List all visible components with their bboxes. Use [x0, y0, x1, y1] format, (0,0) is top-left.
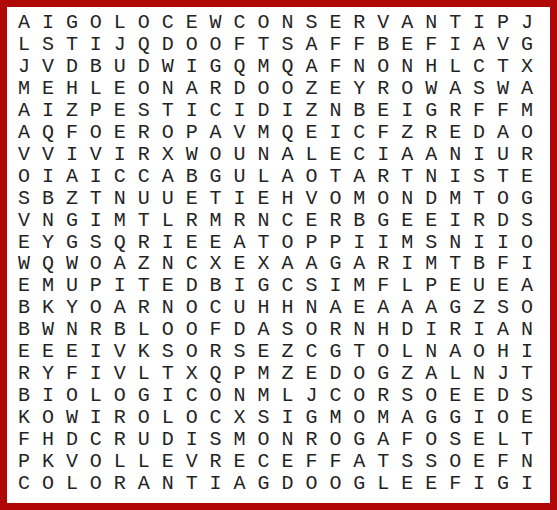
grid-cell-r16c8[interactable]: O — [180, 341, 204, 363]
grid-cell-r7c17[interactable]: A — [395, 144, 419, 166]
grid-cell-r12c11[interactable]: X — [252, 254, 276, 276]
grid-cell-r16c17[interactable]: L — [395, 341, 419, 363]
grid-cell-r10c8[interactable]: R — [180, 210, 204, 232]
grid-cell-r16c11[interactable]: E — [252, 341, 276, 363]
grid-cell-r1c22[interactable]: J — [515, 12, 539, 34]
grid-cell-r18c9[interactable]: O — [204, 385, 228, 407]
grid-cell-r15c7[interactable]: O — [156, 319, 180, 341]
grid-cell-r7c4[interactable]: V — [84, 144, 108, 166]
grid-cell-r13c1[interactable]: E — [12, 275, 36, 297]
grid-cell-r15c13[interactable]: O — [299, 319, 323, 341]
grid-cell-r3c6[interactable]: D — [132, 56, 156, 78]
grid-cell-r11c6[interactable]: R — [132, 232, 156, 254]
grid-cell-r8c12[interactable]: A — [276, 166, 300, 188]
grid-cell-r1c19[interactable]: T — [443, 12, 467, 34]
grid-cell-r20c6[interactable]: U — [132, 429, 156, 451]
grid-cell-r11c10[interactable]: A — [228, 232, 252, 254]
grid-cell-r11c13[interactable]: P — [299, 232, 323, 254]
grid-cell-r10c22[interactable]: S — [515, 210, 539, 232]
grid-cell-r12c20[interactable]: B — [467, 254, 491, 276]
grid-cell-r16c19[interactable]: A — [443, 341, 467, 363]
grid-cell-r6c1[interactable]: A — [12, 122, 36, 144]
grid-cell-r11c11[interactable]: T — [252, 232, 276, 254]
grid-cell-r17c22[interactable]: T — [515, 363, 539, 385]
grid-cell-r17c4[interactable]: I — [84, 363, 108, 385]
grid-cell-r6c19[interactable]: E — [443, 122, 467, 144]
grid-cell-r22c4[interactable]: O — [84, 473, 108, 495]
grid-cell-r3c21[interactable]: T — [491, 56, 515, 78]
grid-cell-r13c12[interactable]: C — [276, 275, 300, 297]
grid-cell-r12c14[interactable]: G — [323, 254, 347, 276]
grid-cell-r2c17[interactable]: E — [395, 34, 419, 56]
grid-cell-r17c6[interactable]: L — [132, 363, 156, 385]
grid-cell-r21c8[interactable]: V — [180, 451, 204, 473]
grid-cell-r3c14[interactable]: F — [323, 56, 347, 78]
grid-cell-r11c21[interactable]: I — [491, 232, 515, 254]
grid-cell-r22c19[interactable]: F — [443, 473, 467, 495]
grid-cell-r16c4[interactable]: I — [84, 341, 108, 363]
grid-cell-r7c14[interactable]: E — [323, 144, 347, 166]
grid-cell-r6c2[interactable]: Q — [36, 122, 60, 144]
grid-cell-r12c22[interactable]: I — [515, 254, 539, 276]
grid-cell-r6c9[interactable]: A — [204, 122, 228, 144]
grid-cell-r21c3[interactable]: V — [60, 451, 84, 473]
grid-cell-r4c22[interactable]: A — [515, 78, 539, 100]
grid-cell-r2c3[interactable]: T — [60, 34, 84, 56]
grid-cell-r22c14[interactable]: O — [323, 473, 347, 495]
grid-cell-r22c1[interactable]: C — [12, 473, 36, 495]
grid-cell-r16c5[interactable]: V — [108, 341, 132, 363]
grid-cell-r12c18[interactable]: M — [419, 254, 443, 276]
grid-cell-r2c8[interactable]: O — [180, 34, 204, 56]
grid-cell-r12c5[interactable]: A — [108, 254, 132, 276]
grid-cell-r20c2[interactable]: H — [36, 429, 60, 451]
grid-cell-r21c20[interactable]: E — [467, 451, 491, 473]
grid-cell-r17c1[interactable]: R — [12, 363, 36, 385]
grid-cell-r11c12[interactable]: O — [276, 232, 300, 254]
grid-cell-r10c19[interactable]: I — [443, 210, 467, 232]
grid-cell-r16c21[interactable]: H — [491, 341, 515, 363]
grid-cell-r14c13[interactable]: N — [299, 297, 323, 319]
grid-cell-r22c6[interactable]: A — [132, 473, 156, 495]
grid-cell-r8c3[interactable]: A — [60, 166, 84, 188]
grid-cell-r4c4[interactable]: L — [84, 78, 108, 100]
grid-cell-r9c6[interactable]: U — [132, 188, 156, 210]
grid-cell-r19c2[interactable]: O — [36, 407, 60, 429]
grid-cell-r4c21[interactable]: W — [491, 78, 515, 100]
grid-cell-r15c22[interactable]: N — [515, 319, 539, 341]
grid-cell-r7c9[interactable]: O — [204, 144, 228, 166]
grid-cell-r12c7[interactable]: N — [156, 254, 180, 276]
grid-cell-r8c20[interactable]: S — [467, 166, 491, 188]
grid-cell-r22c9[interactable]: I — [204, 473, 228, 495]
grid-cell-r1c3[interactable]: G — [60, 12, 84, 34]
grid-cell-r22c7[interactable]: N — [156, 473, 180, 495]
grid-cell-r2c22[interactable]: G — [515, 34, 539, 56]
grid-cell-r8c5[interactable]: C — [108, 166, 132, 188]
grid-cell-r11c9[interactable]: E — [204, 232, 228, 254]
grid-cell-r17c11[interactable]: M — [252, 363, 276, 385]
grid-cell-r9c5[interactable]: N — [108, 188, 132, 210]
grid-cell-r18c7[interactable]: I — [156, 385, 180, 407]
grid-cell-r8c15[interactable]: A — [347, 166, 371, 188]
grid-cell-r2c14[interactable]: F — [323, 34, 347, 56]
grid-cell-r17c15[interactable]: O — [347, 363, 371, 385]
grid-cell-r16c3[interactable]: E — [60, 341, 84, 363]
grid-cell-r15c17[interactable]: D — [395, 319, 419, 341]
grid-cell-r14c4[interactable]: O — [84, 297, 108, 319]
grid-cell-r5c10[interactable]: I — [228, 100, 252, 122]
grid-cell-r2c18[interactable]: F — [419, 34, 443, 56]
grid-cell-r20c18[interactable]: O — [419, 429, 443, 451]
grid-cell-r6c20[interactable]: D — [467, 122, 491, 144]
grid-cell-r10c5[interactable]: M — [108, 210, 132, 232]
grid-cell-r21c7[interactable]: E — [156, 451, 180, 473]
grid-cell-r11c1[interactable]: E — [12, 232, 36, 254]
grid-cell-r10c13[interactable]: E — [299, 210, 323, 232]
grid-cell-r15c3[interactable]: N — [60, 319, 84, 341]
grid-cell-r4c18[interactable]: W — [419, 78, 443, 100]
grid-cell-r18c6[interactable]: G — [132, 385, 156, 407]
grid-cell-r10c10[interactable]: R — [228, 210, 252, 232]
grid-cell-r6c5[interactable]: E — [108, 122, 132, 144]
grid-cell-r15c10[interactable]: D — [228, 319, 252, 341]
grid-cell-r7c22[interactable]: R — [515, 144, 539, 166]
grid-cell-r11c4[interactable]: S — [84, 232, 108, 254]
grid-cell-r16c15[interactable]: T — [347, 341, 371, 363]
grid-cell-r11c18[interactable]: S — [419, 232, 443, 254]
grid-cell-r1c6[interactable]: O — [132, 12, 156, 34]
grid-cell-r13c5[interactable]: I — [108, 275, 132, 297]
grid-cell-r10c4[interactable]: I — [84, 210, 108, 232]
grid-cell-r22c8[interactable]: T — [180, 473, 204, 495]
grid-cell-r22c10[interactable]: A — [228, 473, 252, 495]
grid-cell-r18c11[interactable]: M — [252, 385, 276, 407]
grid-cell-r3c12[interactable]: Q — [276, 56, 300, 78]
grid-cell-r1c2[interactable]: I — [36, 12, 60, 34]
grid-cell-r13c6[interactable]: T — [132, 275, 156, 297]
grid-cell-r1c17[interactable]: A — [395, 12, 419, 34]
grid-cell-r5c4[interactable]: P — [84, 100, 108, 122]
grid-cell-r13c4[interactable]: P — [84, 275, 108, 297]
grid-cell-r5c20[interactable]: F — [467, 100, 491, 122]
grid-cell-r7c21[interactable]: U — [491, 144, 515, 166]
grid-cell-r2c10[interactable]: F — [228, 34, 252, 56]
grid-cell-r9c9[interactable]: T — [204, 188, 228, 210]
grid-cell-r4c2[interactable]: E — [36, 78, 60, 100]
grid-cell-r9c19[interactable]: M — [443, 188, 467, 210]
grid-cell-r10c2[interactable]: N — [36, 210, 60, 232]
grid-cell-r16c13[interactable]: C — [299, 341, 323, 363]
grid-cell-r3c9[interactable]: G — [204, 56, 228, 78]
grid-cell-r6c18[interactable]: R — [419, 122, 443, 144]
grid-cell-r21c12[interactable]: E — [276, 451, 300, 473]
grid-cell-r15c19[interactable]: R — [443, 319, 467, 341]
grid-cell-r21c16[interactable]: T — [371, 451, 395, 473]
grid-cell-r12c21[interactable]: F — [491, 254, 515, 276]
grid-cell-r19c19[interactable]: G — [443, 407, 467, 429]
grid-cell-r4c1[interactable]: M — [12, 78, 36, 100]
grid-cell-r1c14[interactable]: E — [323, 12, 347, 34]
grid-cell-r21c21[interactable]: F — [491, 451, 515, 473]
grid-cell-r4c5[interactable]: E — [108, 78, 132, 100]
grid-cell-r11c14[interactable]: P — [323, 232, 347, 254]
grid-cell-r17c10[interactable]: P — [228, 363, 252, 385]
grid-cell-r14c12[interactable]: H — [276, 297, 300, 319]
grid-cell-r8c17[interactable]: T — [395, 166, 419, 188]
grid-cell-r4c9[interactable]: R — [204, 78, 228, 100]
grid-cell-r1c18[interactable]: N — [419, 12, 443, 34]
grid-cell-r6c8[interactable]: P — [180, 122, 204, 144]
grid-cell-r14c19[interactable]: G — [443, 297, 467, 319]
grid-cell-r9c11[interactable]: E — [252, 188, 276, 210]
grid-cell-r12c1[interactable]: W — [12, 254, 36, 276]
grid-cell-r18c3[interactable]: O — [60, 385, 84, 407]
grid-cell-r14c15[interactable]: E — [347, 297, 371, 319]
grid-cell-r21c11[interactable]: C — [252, 451, 276, 473]
grid-cell-r4c13[interactable]: Z — [299, 78, 323, 100]
grid-cell-r22c15[interactable]: G — [347, 473, 371, 495]
grid-cell-r14c11[interactable]: H — [252, 297, 276, 319]
grid-cell-r6c22[interactable]: O — [515, 122, 539, 144]
grid-cell-r13c22[interactable]: A — [515, 275, 539, 297]
grid-cell-r7c18[interactable]: A — [419, 144, 443, 166]
grid-cell-r8c4[interactable]: I — [84, 166, 108, 188]
grid-cell-r5c1[interactable]: A — [12, 100, 36, 122]
grid-cell-r18c14[interactable]: C — [323, 385, 347, 407]
grid-cell-r18c5[interactable]: O — [108, 385, 132, 407]
grid-cell-r7c12[interactable]: A — [276, 144, 300, 166]
grid-cell-r7c3[interactable]: I — [60, 144, 84, 166]
grid-cell-r19c9[interactable]: C — [204, 407, 228, 429]
grid-cell-r21c19[interactable]: O — [443, 451, 467, 473]
grid-cell-r9c3[interactable]: Z — [60, 188, 84, 210]
grid-cell-r20c1[interactable]: F — [12, 429, 36, 451]
grid-cell-r13c20[interactable]: U — [467, 275, 491, 297]
grid-cell-r22c20[interactable]: I — [467, 473, 491, 495]
grid-cell-r19c22[interactable]: E — [515, 407, 539, 429]
grid-cell-r9c4[interactable]: T — [84, 188, 108, 210]
grid-cell-r17c17[interactable]: Z — [395, 363, 419, 385]
grid-cell-r13c17[interactable]: L — [395, 275, 419, 297]
grid-cell-r1c5[interactable]: L — [108, 12, 132, 34]
grid-cell-r8c8[interactable]: B — [180, 166, 204, 188]
grid-cell-r14c16[interactable]: A — [371, 297, 395, 319]
grid-cell-r7c1[interactable]: V — [12, 144, 36, 166]
grid-cell-r11c17[interactable]: M — [395, 232, 419, 254]
grid-cell-r21c2[interactable]: K — [36, 451, 60, 473]
grid-cell-r7c13[interactable]: L — [299, 144, 323, 166]
grid-cell-r19c11[interactable]: S — [252, 407, 276, 429]
grid-cell-r16c16[interactable]: O — [371, 341, 395, 363]
grid-cell-r4c12[interactable]: O — [276, 78, 300, 100]
grid-cell-r18c15[interactable]: O — [347, 385, 371, 407]
grid-cell-r19c7[interactable]: L — [156, 407, 180, 429]
grid-cell-r10c14[interactable]: R — [323, 210, 347, 232]
grid-cell-r14c17[interactable]: A — [395, 297, 419, 319]
grid-cell-r18c21[interactable]: D — [491, 385, 515, 407]
grid-cell-r1c10[interactable]: C — [228, 12, 252, 34]
grid-cell-r22c16[interactable]: L — [371, 473, 395, 495]
grid-cell-r3c2[interactable]: V — [36, 56, 60, 78]
grid-cell-r17c5[interactable]: V — [108, 363, 132, 385]
grid-cell-r17c8[interactable]: X — [180, 363, 204, 385]
grid-cell-r9c15[interactable]: M — [347, 188, 371, 210]
grid-cell-r15c5[interactable]: B — [108, 319, 132, 341]
grid-cell-r5c6[interactable]: S — [132, 100, 156, 122]
grid-cell-r9c13[interactable]: V — [299, 188, 323, 210]
grid-cell-r5c9[interactable]: C — [204, 100, 228, 122]
grid-cell-r5c7[interactable]: T — [156, 100, 180, 122]
grid-cell-r16c14[interactable]: G — [323, 341, 347, 363]
grid-cell-r7c10[interactable]: U — [228, 144, 252, 166]
grid-cell-r20c19[interactable]: S — [443, 429, 467, 451]
grid-cell-r10c16[interactable]: G — [371, 210, 395, 232]
grid-cell-r20c8[interactable]: I — [180, 429, 204, 451]
grid-cell-r7c5[interactable]: I — [108, 144, 132, 166]
grid-cell-r16c9[interactable]: R — [204, 341, 228, 363]
grid-cell-r15c14[interactable]: R — [323, 319, 347, 341]
grid-cell-r3c17[interactable]: N — [395, 56, 419, 78]
grid-cell-r7c2[interactable]: V — [36, 144, 60, 166]
grid-cell-r10c17[interactable]: E — [395, 210, 419, 232]
grid-cell-r19c21[interactable]: O — [491, 407, 515, 429]
grid-cell-r19c6[interactable]: O — [132, 407, 156, 429]
grid-cell-r14c1[interactable]: B — [12, 297, 36, 319]
grid-cell-r2c15[interactable]: F — [347, 34, 371, 56]
grid-cell-r13c18[interactable]: P — [419, 275, 443, 297]
grid-cell-r14c22[interactable]: O — [515, 297, 539, 319]
grid-cell-r12c4[interactable]: O — [84, 254, 108, 276]
grid-cell-r16c18[interactable]: N — [419, 341, 443, 363]
grid-cell-r6c6[interactable]: R — [132, 122, 156, 144]
grid-cell-r9c12[interactable]: H — [276, 188, 300, 210]
grid-cell-r17c3[interactable]: F — [60, 363, 84, 385]
grid-cell-r3c5[interactable]: U — [108, 56, 132, 78]
grid-cell-r1c13[interactable]: S — [299, 12, 323, 34]
grid-cell-r4c15[interactable]: Y — [347, 78, 371, 100]
grid-cell-r7c19[interactable]: N — [443, 144, 467, 166]
grid-cell-r5c16[interactable]: E — [371, 100, 395, 122]
grid-cell-r19c5[interactable]: R — [108, 407, 132, 429]
grid-cell-r21c9[interactable]: R — [204, 451, 228, 473]
grid-cell-r5c2[interactable]: I — [36, 100, 60, 122]
grid-cell-r8c18[interactable]: N — [419, 166, 443, 188]
grid-cell-r8c10[interactable]: U — [228, 166, 252, 188]
grid-cell-r20c13[interactable]: R — [299, 429, 323, 451]
grid-cell-r22c17[interactable]: E — [395, 473, 419, 495]
grid-cell-r8c14[interactable]: T — [323, 166, 347, 188]
grid-cell-r12c2[interactable]: Q — [36, 254, 60, 276]
grid-cell-r5c18[interactable]: G — [419, 100, 443, 122]
grid-cell-r1c11[interactable]: O — [252, 12, 276, 34]
grid-cell-r20c20[interactable]: E — [467, 429, 491, 451]
grid-cell-r3c8[interactable]: I — [180, 56, 204, 78]
grid-cell-r6c11[interactable]: M — [252, 122, 276, 144]
grid-cell-r14c21[interactable]: S — [491, 297, 515, 319]
grid-cell-r5c12[interactable]: I — [276, 100, 300, 122]
grid-cell-r18c17[interactable]: S — [395, 385, 419, 407]
grid-cell-r1c8[interactable]: E — [180, 12, 204, 34]
grid-cell-r5c13[interactable]: Z — [299, 100, 323, 122]
grid-cell-r20c10[interactable]: M — [228, 429, 252, 451]
grid-cell-r19c15[interactable]: O — [347, 407, 371, 429]
grid-cell-r21c14[interactable]: F — [323, 451, 347, 473]
grid-cell-r6c4[interactable]: O — [84, 122, 108, 144]
grid-cell-r5c14[interactable]: N — [323, 100, 347, 122]
grid-cell-r1c12[interactable]: N — [276, 12, 300, 34]
grid-cell-r9c20[interactable]: T — [467, 188, 491, 210]
grid-cell-r18c20[interactable]: E — [467, 385, 491, 407]
grid-cell-r6c13[interactable]: E — [299, 122, 323, 144]
grid-cell-r16c6[interactable]: K — [132, 341, 156, 363]
grid-cell-r12c17[interactable]: I — [395, 254, 419, 276]
grid-cell-r9c18[interactable]: D — [419, 188, 443, 210]
grid-cell-r11c3[interactable]: G — [60, 232, 84, 254]
grid-cell-r21c10[interactable]: E — [228, 451, 252, 473]
grid-cell-r20c14[interactable]: O — [323, 429, 347, 451]
grid-cell-r17c7[interactable]: T — [156, 363, 180, 385]
grid-cell-r8c21[interactable]: T — [491, 166, 515, 188]
grid-cell-r5c8[interactable]: I — [180, 100, 204, 122]
grid-cell-r17c19[interactable]: L — [443, 363, 467, 385]
grid-cell-r4c19[interactable]: A — [443, 78, 467, 100]
grid-cell-r17c21[interactable]: J — [491, 363, 515, 385]
grid-cell-r18c4[interactable]: L — [84, 385, 108, 407]
grid-cell-r17c20[interactable]: N — [467, 363, 491, 385]
grid-cell-r15c6[interactable]: L — [132, 319, 156, 341]
grid-cell-r7c15[interactable]: C — [347, 144, 371, 166]
grid-cell-r15c8[interactable]: O — [180, 319, 204, 341]
grid-cell-r12c15[interactable]: A — [347, 254, 371, 276]
grid-cell-r11c8[interactable]: E — [180, 232, 204, 254]
grid-cell-r3c19[interactable]: L — [443, 56, 467, 78]
grid-cell-r20c15[interactable]: G — [347, 429, 371, 451]
grid-cell-r6c10[interactable]: V — [228, 122, 252, 144]
grid-cell-r2c2[interactable]: S — [36, 34, 60, 56]
grid-cell-r6c21[interactable]: A — [491, 122, 515, 144]
grid-cell-r22c2[interactable]: O — [36, 473, 60, 495]
grid-cell-r21c1[interactable]: P — [12, 451, 36, 473]
grid-cell-r22c18[interactable]: E — [419, 473, 443, 495]
grid-cell-r2c6[interactable]: Q — [132, 34, 156, 56]
grid-cell-r1c9[interactable]: W — [204, 12, 228, 34]
grid-cell-r20c22[interactable]: T — [515, 429, 539, 451]
grid-cell-r4c6[interactable]: O — [132, 78, 156, 100]
grid-cell-r8c11[interactable]: L — [252, 166, 276, 188]
grid-cell-r2c19[interactable]: I — [443, 34, 467, 56]
grid-cell-r10c12[interactable]: C — [276, 210, 300, 232]
grid-cell-r14c2[interactable]: K — [36, 297, 60, 319]
grid-cell-r19c10[interactable]: X — [228, 407, 252, 429]
grid-cell-r9c22[interactable]: G — [515, 188, 539, 210]
grid-cell-r13c10[interactable]: I — [228, 275, 252, 297]
grid-cell-r2c21[interactable]: V — [491, 34, 515, 56]
grid-cell-r20c4[interactable]: C — [84, 429, 108, 451]
grid-cell-r15c11[interactable]: A — [252, 319, 276, 341]
grid-cell-r12c9[interactable]: X — [204, 254, 228, 276]
grid-cell-r3c3[interactable]: D — [60, 56, 84, 78]
grid-cell-r14c8[interactable]: O — [180, 297, 204, 319]
grid-cell-r9c21[interactable]: O — [491, 188, 515, 210]
grid-cell-r13c7[interactable]: E — [156, 275, 180, 297]
grid-cell-r20c5[interactable]: R — [108, 429, 132, 451]
grid-cell-r4c16[interactable]: R — [371, 78, 395, 100]
grid-cell-r2c12[interactable]: S — [276, 34, 300, 56]
grid-cell-r14c3[interactable]: Y — [60, 297, 84, 319]
grid-cell-r22c5[interactable]: R — [108, 473, 132, 495]
grid-cell-r18c13[interactable]: J — [299, 385, 323, 407]
